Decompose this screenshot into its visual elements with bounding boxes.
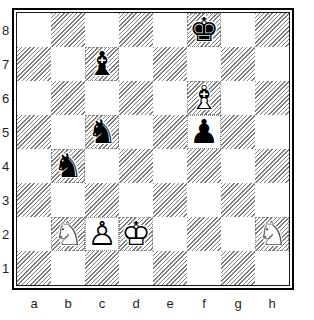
piece-white-knight-b2: ♞♘ xyxy=(51,217,85,251)
piece-black-bishop-c7: ♝ xyxy=(85,47,119,81)
square-c4 xyxy=(85,149,119,183)
square-c6 xyxy=(85,81,119,115)
file-label-d: d xyxy=(119,292,153,314)
square-f4 xyxy=(187,149,221,183)
square-c2: ♟♙ xyxy=(85,217,119,251)
square-b8 xyxy=(51,13,85,47)
piece-white-knight-h2: ♞♘ xyxy=(255,217,289,251)
square-a5 xyxy=(17,115,51,149)
white-pawn-glyph: ♙ xyxy=(87,217,117,251)
black-pawn-glyph: ♟ xyxy=(189,115,219,149)
black-knight-glyph: ♞ xyxy=(53,149,83,183)
square-b5 xyxy=(51,115,85,149)
rank-label-1: 1 xyxy=(0,251,11,285)
square-a8 xyxy=(17,13,51,47)
rank-label-7: 7 xyxy=(0,47,11,81)
square-e2 xyxy=(153,217,187,251)
square-c8 xyxy=(85,13,119,47)
square-g4 xyxy=(221,149,255,183)
square-g8 xyxy=(221,13,255,47)
square-e6 xyxy=(153,81,187,115)
square-f7 xyxy=(187,47,221,81)
square-d8 xyxy=(119,13,153,47)
square-h8 xyxy=(255,13,289,47)
square-f2 xyxy=(187,217,221,251)
piece-white-bishop-f6: ♝♗ xyxy=(187,81,221,115)
square-e8 xyxy=(153,13,187,47)
board-inner-border: ♚♝♝♗♞♟♞♞♘♟♙♚♔♞♘ xyxy=(16,12,290,286)
square-a7 xyxy=(17,47,51,81)
square-h4 xyxy=(255,149,289,183)
square-e7 xyxy=(153,47,187,81)
square-h6 xyxy=(255,81,289,115)
square-b7 xyxy=(51,47,85,81)
white-knight-glyph: ♘ xyxy=(257,217,287,251)
square-c1 xyxy=(85,251,119,285)
black-king-glyph: ♚ xyxy=(189,13,219,47)
piece-black-pawn-f5: ♟ xyxy=(187,115,221,149)
square-h7 xyxy=(255,47,289,81)
chess-board: ♚♝♝♗♞♟♞♞♘♟♙♚♔♞♘ xyxy=(17,13,289,285)
square-c3 xyxy=(85,183,119,217)
square-h1 xyxy=(255,251,289,285)
square-d5 xyxy=(119,115,153,149)
rank-label-3: 3 xyxy=(0,183,11,217)
white-knight-glyph: ♘ xyxy=(53,217,83,251)
square-d1 xyxy=(119,251,153,285)
square-c7: ♝ xyxy=(85,47,119,81)
square-c5: ♞ xyxy=(85,115,119,149)
rank-label-5: 5 xyxy=(0,115,11,149)
square-b2: ♞♘ xyxy=(51,217,85,251)
square-a4 xyxy=(17,149,51,183)
square-g5 xyxy=(221,115,255,149)
square-a3 xyxy=(17,183,51,217)
file-labels: abcdefgh xyxy=(17,292,289,314)
black-knight-glyph: ♞ xyxy=(87,115,117,149)
piece-white-pawn-c2: ♟♙ xyxy=(85,217,119,251)
square-b4: ♞ xyxy=(51,149,85,183)
rank-labels: 87654321 xyxy=(0,13,11,285)
rank-label-6: 6 xyxy=(0,81,11,115)
piece-black-king-f8: ♚ xyxy=(187,13,221,47)
square-d7 xyxy=(119,47,153,81)
square-g2 xyxy=(221,217,255,251)
file-label-c: c xyxy=(85,292,119,314)
board-frame: ♚♝♝♗♞♟♞♞♘♟♙♚♔♞♘ xyxy=(12,8,294,290)
piece-black-knight-c5: ♞ xyxy=(85,115,119,149)
piece-white-king-d2: ♚♔ xyxy=(119,217,153,251)
square-g3 xyxy=(221,183,255,217)
rank-label-8: 8 xyxy=(0,13,11,47)
square-e3 xyxy=(153,183,187,217)
square-a1 xyxy=(17,251,51,285)
square-g7 xyxy=(221,47,255,81)
rank-label-4: 4 xyxy=(0,149,11,183)
file-label-f: f xyxy=(187,292,221,314)
square-b1 xyxy=(51,251,85,285)
white-king-glyph: ♔ xyxy=(121,217,151,251)
square-h5 xyxy=(255,115,289,149)
white-bishop-glyph: ♗ xyxy=(189,81,219,115)
file-label-e: e xyxy=(153,292,187,314)
square-d6 xyxy=(119,81,153,115)
file-label-g: g xyxy=(221,292,255,314)
square-b6 xyxy=(51,81,85,115)
rank-label-2: 2 xyxy=(0,217,11,251)
square-b3 xyxy=(51,183,85,217)
square-e1 xyxy=(153,251,187,285)
square-f8: ♚ xyxy=(187,13,221,47)
square-d2: ♚♔ xyxy=(119,217,153,251)
file-label-a: a xyxy=(17,292,51,314)
square-g6 xyxy=(221,81,255,115)
square-f1 xyxy=(187,251,221,285)
square-a6 xyxy=(17,81,51,115)
square-e5 xyxy=(153,115,187,149)
chess-diagram: 87654321 ♚♝♝♗♞♟♞♞♘♟♙♚♔♞♘ abcdefgh xyxy=(0,0,314,320)
file-label-b: b xyxy=(51,292,85,314)
file-label-h: h xyxy=(255,292,289,314)
square-e4 xyxy=(153,149,187,183)
square-f5: ♟ xyxy=(187,115,221,149)
square-d4 xyxy=(119,149,153,183)
square-a2 xyxy=(17,217,51,251)
square-d3 xyxy=(119,183,153,217)
square-f3 xyxy=(187,183,221,217)
square-g1 xyxy=(221,251,255,285)
black-bishop-glyph: ♝ xyxy=(87,47,117,81)
square-f6: ♝♗ xyxy=(187,81,221,115)
square-h2: ♞♘ xyxy=(255,217,289,251)
square-h3 xyxy=(255,183,289,217)
piece-black-knight-b4: ♞ xyxy=(51,149,85,183)
